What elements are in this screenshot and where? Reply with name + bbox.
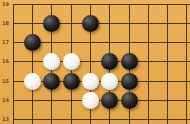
- board-intersection[interactable]: [177, 0, 190, 14]
- black-stone: [121, 73, 138, 90]
- black-stone: [43, 73, 60, 90]
- board-intersection[interactable]: [100, 0, 119, 14]
- board-intersection[interactable]: [177, 72, 190, 91]
- black-stone: [101, 53, 118, 70]
- board-intersection[interactable]: [100, 52, 119, 71]
- row-label: 19: [2, 2, 9, 7]
- board-intersection[interactable]: [139, 52, 158, 71]
- board-intersection[interactable]: [62, 52, 81, 71]
- go-app-screen: 19181716151413: [0, 0, 190, 124]
- board-intersection[interactable]: [100, 110, 119, 124]
- black-stone: [24, 34, 41, 51]
- go-board: [4, 0, 190, 124]
- board-intersection[interactable]: [158, 0, 177, 14]
- white-stone: [82, 92, 99, 109]
- board-intersection[interactable]: [62, 0, 81, 14]
- board-intersection[interactable]: [42, 0, 61, 14]
- board-intersection[interactable]: [42, 91, 61, 110]
- board-intersection[interactable]: [100, 72, 119, 91]
- white-stone: [101, 73, 118, 90]
- board-intersection[interactable]: [100, 33, 119, 52]
- board-intersection[interactable]: [158, 14, 177, 33]
- board-intersection[interactable]: [119, 72, 138, 91]
- board-intersection[interactable]: [139, 110, 158, 124]
- board-intersection[interactable]: [42, 52, 61, 71]
- board-intersection[interactable]: [119, 33, 138, 52]
- board-intersection[interactable]: [100, 14, 119, 33]
- board-intersection[interactable]: [158, 72, 177, 91]
- white-stone: [24, 73, 41, 90]
- board-intersection[interactable]: [42, 72, 61, 91]
- board-intersection[interactable]: [158, 110, 177, 124]
- board-intersection[interactable]: [42, 110, 61, 124]
- board-intersection[interactable]: [177, 52, 190, 71]
- board-intersection[interactable]: [62, 91, 81, 110]
- board-intersection[interactable]: [62, 14, 81, 33]
- board-intersection[interactable]: [23, 52, 42, 71]
- black-stone: [43, 15, 60, 32]
- black-stone: [121, 92, 138, 109]
- board-intersection[interactable]: [158, 52, 177, 71]
- board-intersection[interactable]: [177, 14, 190, 33]
- black-stone: [121, 53, 138, 70]
- black-stone: [63, 73, 80, 90]
- board-intersection[interactable]: [62, 33, 81, 52]
- board-intersection[interactable]: [81, 0, 100, 14]
- board-intersection[interactable]: [158, 91, 177, 110]
- board-intersection[interactable]: [23, 91, 42, 110]
- board-intersection[interactable]: [62, 72, 81, 91]
- board-intersection[interactable]: [119, 91, 138, 110]
- board-intersection[interactable]: [62, 110, 81, 124]
- board-intersection[interactable]: [23, 14, 42, 33]
- board-intersection[interactable]: [23, 0, 42, 14]
- board-intersection[interactable]: [158, 33, 177, 52]
- board-intersection[interactable]: [23, 110, 42, 124]
- black-stone: [82, 15, 99, 32]
- board-intersection[interactable]: [177, 33, 190, 52]
- board-intersection[interactable]: [139, 91, 158, 110]
- board-intersection[interactable]: [23, 72, 42, 91]
- board-intersection[interactable]: [139, 0, 158, 14]
- board-intersection[interactable]: [81, 110, 100, 124]
- row-label: 18: [2, 21, 9, 26]
- board-intersection[interactable]: [119, 0, 138, 14]
- board-intersection[interactable]: [139, 72, 158, 91]
- board-intersection[interactable]: [119, 110, 138, 124]
- row-label: 15: [2, 79, 9, 84]
- board-intersection[interactable]: [139, 14, 158, 33]
- row-label: 17: [2, 40, 9, 45]
- board-intersection[interactable]: [23, 33, 42, 52]
- board-intersection[interactable]: [177, 110, 190, 124]
- white-stone: [63, 53, 80, 70]
- board-intersection[interactable]: [42, 33, 61, 52]
- row-label: 16: [2, 59, 9, 64]
- black-stone: [101, 92, 118, 109]
- board-intersection[interactable]: [100, 91, 119, 110]
- board-intersection[interactable]: [139, 33, 158, 52]
- row-label: 14: [2, 98, 9, 103]
- board-intersection[interactable]: [119, 52, 138, 71]
- board-intersection[interactable]: [81, 14, 100, 33]
- row-label: 13: [2, 117, 9, 122]
- board-intersection[interactable]: [81, 33, 100, 52]
- board-intersection[interactable]: [81, 91, 100, 110]
- board-intersection[interactable]: [177, 91, 190, 110]
- white-stone: [82, 73, 99, 90]
- board-intersection[interactable]: [119, 14, 138, 33]
- board-intersection[interactable]: [81, 52, 100, 71]
- board-intersection[interactable]: [81, 72, 100, 91]
- board-intersection[interactable]: [42, 14, 61, 33]
- white-stone: [43, 53, 60, 70]
